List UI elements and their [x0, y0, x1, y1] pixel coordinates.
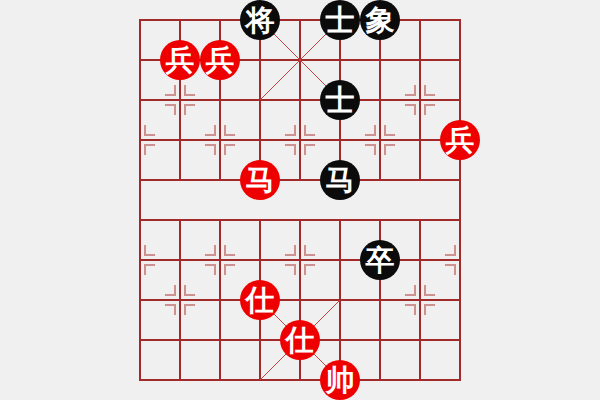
xiangqi-screen: 将士象兵兵士兵马马卒仕仕帅	[0, 0, 600, 400]
red-horse[interactable]: 马	[240, 160, 280, 200]
piece-layer: 将士象兵兵士兵马马卒仕仕帅	[120, 0, 480, 400]
black-advisor[interactable]: 士	[320, 0, 360, 40]
black-horse[interactable]: 马	[320, 160, 360, 200]
red-advisor[interactable]: 仕	[240, 280, 280, 320]
black-general[interactable]: 将	[240, 0, 280, 40]
black-elephant[interactable]: 象	[360, 0, 400, 40]
red-soldier[interactable]: 兵	[200, 40, 240, 80]
red-soldier[interactable]: 兵	[160, 40, 200, 80]
black-soldier[interactable]: 卒	[360, 240, 400, 280]
red-general[interactable]: 帅	[320, 360, 360, 400]
red-advisor[interactable]: 仕	[280, 320, 320, 360]
red-soldier[interactable]: 兵	[440, 120, 480, 160]
black-advisor[interactable]: 士	[320, 80, 360, 120]
